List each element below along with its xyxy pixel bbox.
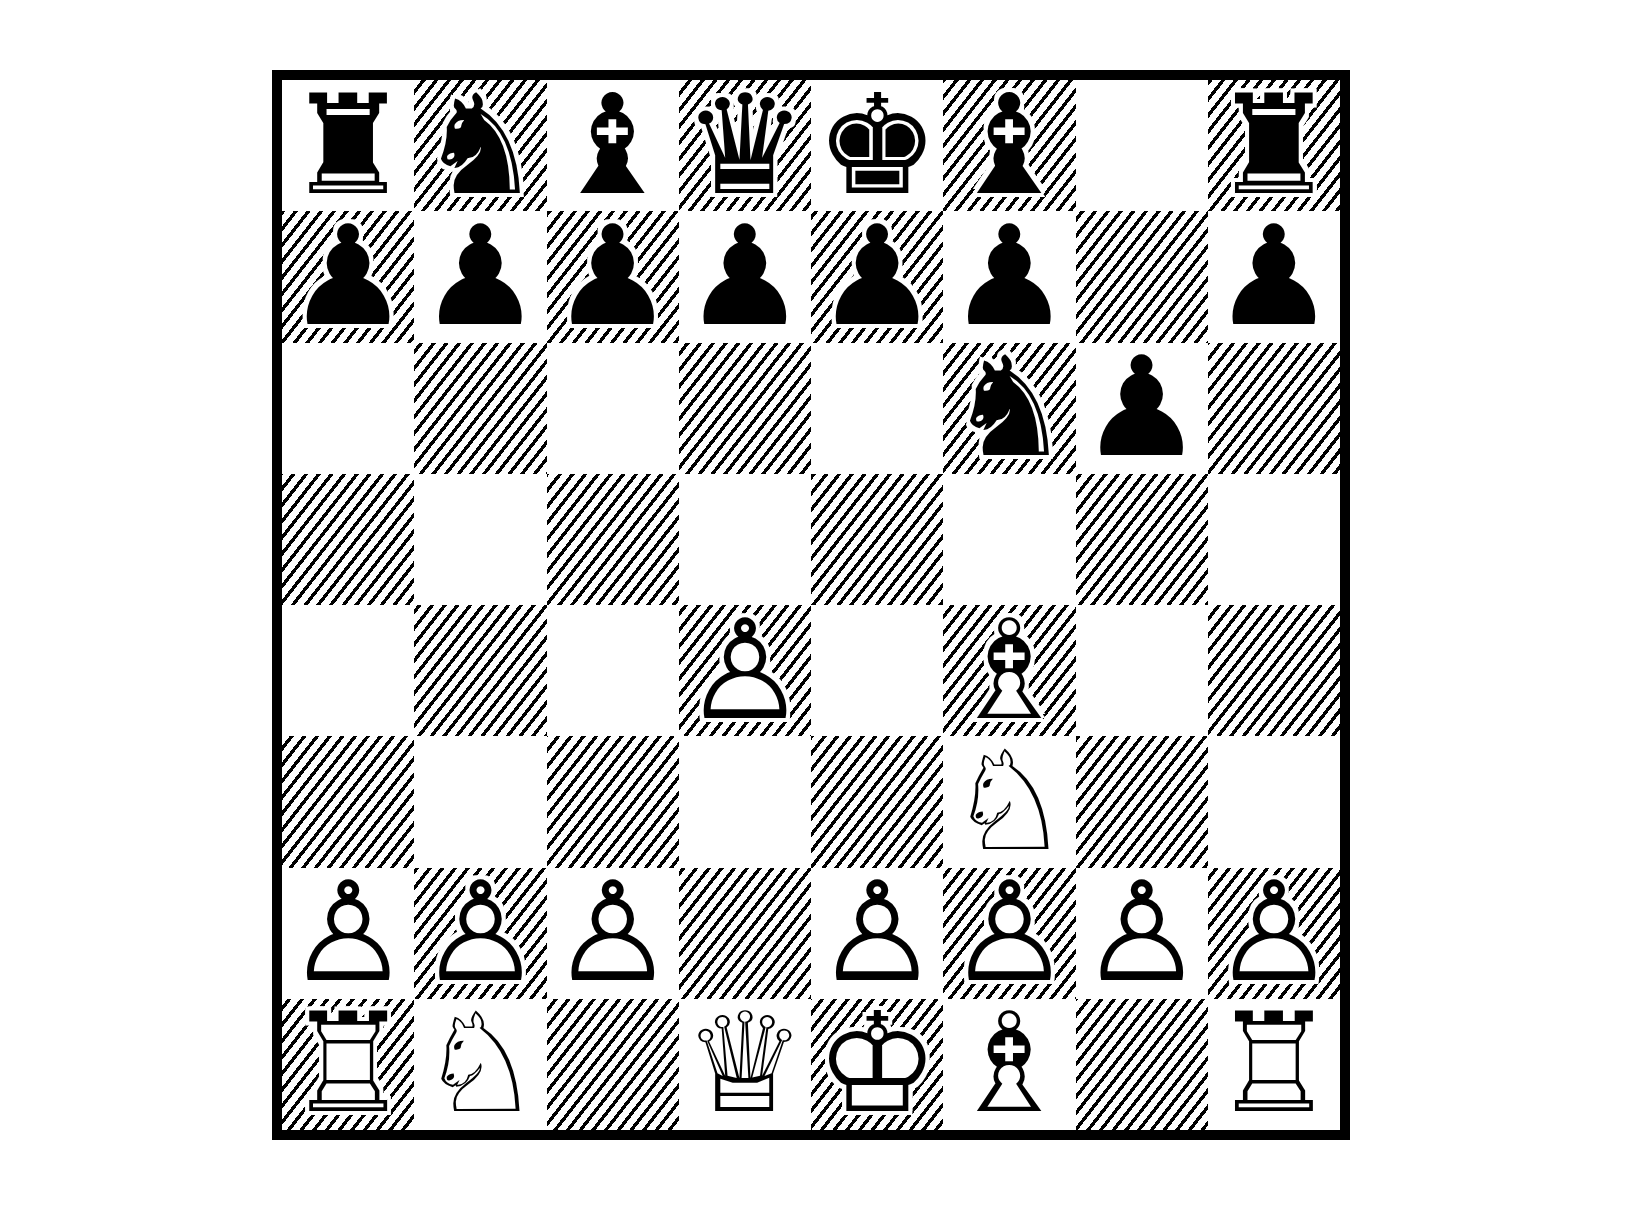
square-d2 — [679, 868, 811, 999]
piece-outline-glyph: ♗ — [948, 605, 1072, 736]
piece-glyph: ♛ — [683, 80, 807, 211]
piece-glyph: ♟ — [1212, 211, 1336, 342]
piece-outline-glyph: ♗ — [948, 999, 1072, 1130]
piece-glyph: ♜ — [1212, 80, 1336, 211]
piece-outline-glyph: ♙ — [286, 868, 410, 999]
chess-board: ♜♞♝♛♚♝♜♟♟♟♟♟♟♟♞♟♟♙♝♗♞♘♟♙♟♙♟♙♟♙♟♙♟♙♟♙♜♖♞♘… — [272, 70, 1350, 1140]
square-b6 — [414, 343, 546, 474]
piece-glyph: ♞ — [948, 343, 1072, 474]
square-a4 — [282, 605, 414, 736]
piece-outline-glyph: ♘ — [419, 999, 543, 1130]
square-c1 — [547, 999, 679, 1130]
square-c3 — [547, 736, 679, 867]
piece-glyph: ♟ — [551, 211, 675, 342]
piece-outline-glyph: ♖ — [1212, 999, 1336, 1130]
square-b1: ♞♘ — [414, 999, 546, 1130]
piece-outline-glyph: ♕ — [683, 999, 807, 1130]
square-d7: ♟ — [679, 211, 811, 342]
black-king: ♚ — [815, 80, 939, 211]
white-knight: ♞♘ — [419, 999, 543, 1130]
black-bishop: ♝ — [948, 80, 1072, 211]
square-b5 — [414, 474, 546, 605]
black-pawn: ♟ — [1080, 343, 1204, 474]
square-e3 — [811, 736, 943, 867]
square-e2: ♟♙ — [811, 868, 943, 999]
square-b2: ♟♙ — [414, 868, 546, 999]
piece-outline-glyph: ♙ — [683, 605, 807, 736]
white-pawn: ♟♙ — [1212, 868, 1336, 999]
square-g3 — [1076, 736, 1208, 867]
square-a1: ♜♖ — [282, 999, 414, 1130]
piece-outline-glyph: ♙ — [948, 868, 1072, 999]
white-rook: ♜♖ — [286, 999, 410, 1130]
square-f8: ♝ — [943, 80, 1075, 211]
square-b7: ♟ — [414, 211, 546, 342]
square-f3: ♞♘ — [943, 736, 1075, 867]
piece-glyph: ♟ — [286, 211, 410, 342]
piece-glyph: ♟ — [948, 211, 1072, 342]
square-h1: ♜♖ — [1208, 999, 1340, 1130]
square-h5 — [1208, 474, 1340, 605]
square-g5 — [1076, 474, 1208, 605]
piece-outline-glyph: ♙ — [419, 868, 543, 999]
piece-glyph: ♟ — [683, 211, 807, 342]
square-d8: ♛ — [679, 80, 811, 211]
square-a5 — [282, 474, 414, 605]
white-pawn: ♟♙ — [286, 868, 410, 999]
square-g1 — [1076, 999, 1208, 1130]
black-queen: ♛ — [683, 80, 807, 211]
square-f7: ♟ — [943, 211, 1075, 342]
black-pawn: ♟ — [815, 211, 939, 342]
black-knight: ♞ — [948, 343, 1072, 474]
black-knight: ♞ — [419, 80, 543, 211]
white-pawn: ♟♙ — [419, 868, 543, 999]
square-f1: ♝♗ — [943, 999, 1075, 1130]
piece-glyph: ♝ — [948, 80, 1072, 211]
square-f5 — [943, 474, 1075, 605]
square-h8: ♜ — [1208, 80, 1340, 211]
square-g6: ♟ — [1076, 343, 1208, 474]
white-pawn: ♟♙ — [815, 868, 939, 999]
white-bishop: ♝♗ — [948, 999, 1072, 1130]
square-g7 — [1076, 211, 1208, 342]
piece-glyph: ♜ — [286, 80, 410, 211]
piece-outline-glyph: ♙ — [1212, 868, 1336, 999]
square-d1: ♛♕ — [679, 999, 811, 1130]
square-h2: ♟♙ — [1208, 868, 1340, 999]
black-bishop: ♝ — [551, 80, 675, 211]
square-h4 — [1208, 605, 1340, 736]
black-pawn: ♟ — [286, 211, 410, 342]
square-c5 — [547, 474, 679, 605]
square-f6: ♞ — [943, 343, 1075, 474]
piece-outline-glyph: ♘ — [948, 736, 1072, 867]
square-c6 — [547, 343, 679, 474]
square-h6 — [1208, 343, 1340, 474]
black-rook: ♜ — [286, 80, 410, 211]
square-b4 — [414, 605, 546, 736]
square-e6 — [811, 343, 943, 474]
square-d3 — [679, 736, 811, 867]
white-pawn: ♟♙ — [551, 868, 675, 999]
square-d6 — [679, 343, 811, 474]
white-knight: ♞♘ — [948, 736, 1072, 867]
square-b8: ♞ — [414, 80, 546, 211]
square-a3 — [282, 736, 414, 867]
black-pawn: ♟ — [551, 211, 675, 342]
piece-outline-glyph: ♙ — [1080, 868, 1204, 999]
square-f4: ♝♗ — [943, 605, 1075, 736]
board-grid: ♜♞♝♛♚♝♜♟♟♟♟♟♟♟♞♟♟♙♝♗♞♘♟♙♟♙♟♙♟♙♟♙♟♙♟♙♜♖♞♘… — [282, 80, 1340, 1130]
square-c2: ♟♙ — [547, 868, 679, 999]
white-queen: ♛♕ — [683, 999, 807, 1130]
white-king: ♚♔ — [815, 999, 939, 1130]
piece-glyph: ♞ — [419, 80, 543, 211]
piece-glyph: ♝ — [551, 80, 675, 211]
square-b3 — [414, 736, 546, 867]
piece-outline-glyph: ♖ — [286, 999, 410, 1130]
piece-glyph: ♟ — [815, 211, 939, 342]
square-e4 — [811, 605, 943, 736]
square-a2: ♟♙ — [282, 868, 414, 999]
square-a8: ♜ — [282, 80, 414, 211]
white-bishop: ♝♗ — [948, 605, 1072, 736]
square-a6 — [282, 343, 414, 474]
piece-glyph: ♚ — [815, 80, 939, 211]
piece-outline-glyph: ♙ — [815, 868, 939, 999]
square-d5 — [679, 474, 811, 605]
square-g8 — [1076, 80, 1208, 211]
square-e8: ♚ — [811, 80, 943, 211]
white-pawn: ♟♙ — [683, 605, 807, 736]
square-h3 — [1208, 736, 1340, 867]
white-pawn: ♟♙ — [948, 868, 1072, 999]
white-pawn: ♟♙ — [1080, 868, 1204, 999]
square-f2: ♟♙ — [943, 868, 1075, 999]
square-d4: ♟♙ — [679, 605, 811, 736]
square-g4 — [1076, 605, 1208, 736]
square-c8: ♝ — [547, 80, 679, 211]
black-pawn: ♟ — [1212, 211, 1336, 342]
square-c4 — [547, 605, 679, 736]
piece-glyph: ♟ — [1080, 343, 1204, 474]
square-c7: ♟ — [547, 211, 679, 342]
square-e7: ♟ — [811, 211, 943, 342]
square-e5 — [811, 474, 943, 605]
black-pawn: ♟ — [419, 211, 543, 342]
piece-outline-glyph: ♙ — [551, 868, 675, 999]
black-rook: ♜ — [1212, 80, 1336, 211]
square-h7: ♟ — [1208, 211, 1340, 342]
square-g2: ♟♙ — [1076, 868, 1208, 999]
piece-glyph: ♟ — [419, 211, 543, 342]
piece-outline-glyph: ♔ — [815, 999, 939, 1130]
black-pawn: ♟ — [948, 211, 1072, 342]
square-e1: ♚♔ — [811, 999, 943, 1130]
white-rook: ♜♖ — [1212, 999, 1336, 1130]
black-pawn: ♟ — [683, 211, 807, 342]
square-a7: ♟ — [282, 211, 414, 342]
